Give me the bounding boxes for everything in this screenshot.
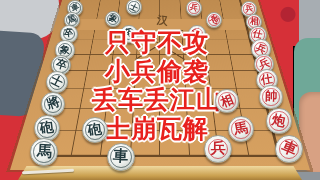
piece-車[interactable]: 車 [107,143,135,171]
video-thumbnail: 汉 車馬卒象卒士將砲馬象士卒砲車兵炮馬兵相仕兵兵仕帥炮車相馬兵 只守不攻 小兵偷… [0,0,320,180]
piece-相[interactable]: 相 [215,89,239,113]
piece-character: 馬 [36,142,52,162]
piece-character: 兵 [189,2,199,15]
piece-character: 相 [218,91,236,111]
piece-character: 車 [113,146,129,168]
piece-character: 炮 [208,13,221,27]
piece-character: 兵 [211,139,226,158]
piece-character: 士 [48,73,65,92]
piece-character: 將 [44,94,61,114]
piece-士[interactable]: 士 [126,0,142,15]
piece-車[interactable]: 車 [275,135,303,163]
piece-兵[interactable]: 兵 [186,0,202,16]
piece-character: 帥 [265,88,278,105]
piece-character: 馬 [232,119,249,139]
piece-character: 砲 [39,118,55,138]
piece-character: 車 [278,137,299,160]
piece-馬[interactable]: 馬 [30,138,58,166]
board-front-edge [18,166,302,180]
piece-砲[interactable]: 砲 [34,115,60,141]
piece-士[interactable]: 士 [46,71,68,93]
river-label: 汉 [156,12,169,28]
piece-character: 象 [108,13,119,26]
piece-馬[interactable]: 馬 [228,116,254,142]
title-line-1: 只守不攻 [0,29,314,58]
piece-character: 炮 [271,111,288,131]
piece-character: 砲 [87,120,103,140]
piece-帥[interactable]: 帥 [259,85,282,108]
piece-character: 士 [128,0,140,13]
piece-砲[interactable]: 砲 [82,117,108,143]
piece-炮[interactable]: 炮 [266,108,291,133]
piece-兵[interactable]: 兵 [204,135,232,163]
piece-將[interactable]: 將 [41,92,65,116]
